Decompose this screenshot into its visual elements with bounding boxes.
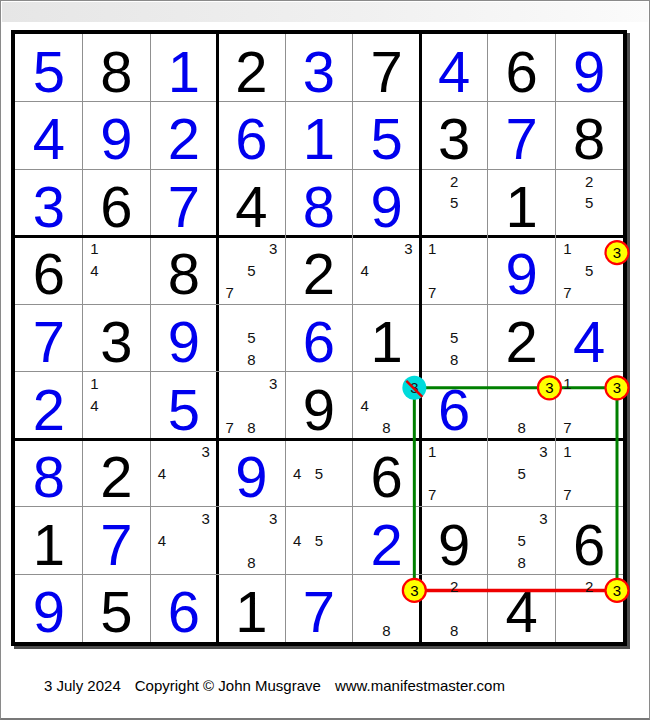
cell-r9c4[interactable]: 1	[218, 574, 286, 642]
cell-r4c5[interactable]: 2	[285, 237, 353, 305]
cell-r6c4[interactable]: 378	[218, 372, 286, 440]
cell-r5c1[interactable]: 7	[15, 304, 83, 372]
candidate-1: 1	[84, 238, 106, 260]
candidate-4: 4	[151, 530, 173, 552]
candidate-5: 5	[578, 260, 600, 282]
cell-r4c6[interactable]: 34	[353, 237, 421, 305]
cell-r9c8[interactable]: 4	[488, 574, 556, 642]
pencil-marks: 28	[421, 575, 487, 641]
candidate-7: 7	[421, 484, 443, 506]
footer-website-link[interactable]: www.manifestmaster.com	[335, 677, 505, 694]
candidate-2: 2	[578, 170, 600, 192]
cell-r2c1[interactable]: 4	[15, 102, 83, 170]
page: 5812374694926153783674892512561483572341…	[0, 0, 650, 720]
cell-r4c7[interactable]: 17	[420, 237, 488, 305]
cell-r2c5[interactable]: 1	[285, 102, 353, 170]
pencil-marks: 17	[421, 440, 487, 506]
cell-value: 9	[285, 372, 353, 440]
candidate-8: 8	[241, 416, 263, 438]
cell-r2c6[interactable]: 5	[353, 102, 421, 170]
candidate-8: 8	[511, 552, 533, 574]
cell-value: 4	[218, 169, 286, 237]
cell-r8c5[interactable]: 45	[285, 507, 353, 575]
cell-value: 6	[555, 507, 623, 575]
candidate-4: 4	[84, 395, 106, 417]
cell-value: 8	[150, 237, 218, 305]
cell-r7c9[interactable]: 17	[555, 439, 623, 507]
cell-r4c8[interactable]: 9	[488, 237, 556, 305]
pencil-marks: 378	[219, 373, 285, 439]
candidate-4: 4	[151, 462, 173, 484]
candidate-5: 5	[511, 462, 533, 484]
cell-r2c9[interactable]: 8	[555, 102, 623, 170]
candidate-3: 3	[397, 238, 419, 260]
candidate-7: 7	[556, 416, 578, 438]
cell-r9c2[interactable]: 5	[83, 574, 151, 642]
cell-r1c6[interactable]: 7	[353, 34, 421, 102]
candidate-1: 1	[556, 238, 578, 260]
cell-r7c7[interactable]: 17	[420, 439, 488, 507]
cell-value: 7	[353, 34, 421, 102]
cell-r9c5[interactable]: 7	[285, 574, 353, 642]
pencil-marks: 34	[151, 440, 217, 506]
cell-r2c7[interactable]: 3	[420, 102, 488, 170]
cell-value: 9	[150, 304, 218, 372]
cell-r5c6[interactable]: 1	[353, 304, 421, 372]
cell-r1c8[interactable]: 6	[488, 34, 556, 102]
cell-r1c9[interactable]: 9	[555, 34, 623, 102]
cell-r3c2[interactable]: 6	[83, 169, 151, 237]
candidate-8: 8	[443, 349, 465, 371]
cell-r2c3[interactable]: 2	[150, 102, 218, 170]
cell-r1c3[interactable]: 1	[150, 34, 218, 102]
cell-r3c5[interactable]: 8	[285, 169, 353, 237]
pencil-marks: 2	[556, 575, 622, 641]
cell-r3c1[interactable]: 3	[15, 169, 83, 237]
cell-r5c2[interactable]: 3	[83, 304, 151, 372]
candidate-4: 4	[286, 530, 308, 552]
candidate-3: 3	[533, 508, 555, 530]
candidate-8: 8	[376, 619, 398, 641]
cell-value: 7	[285, 574, 353, 642]
cell-value: 6	[150, 574, 218, 642]
cell-value: 9	[555, 34, 623, 102]
cell-r7c4[interactable]: 9	[218, 439, 286, 507]
pencil-marks: 14	[84, 373, 150, 439]
cell-r5c3[interactable]: 9	[150, 304, 218, 372]
candidate-8: 8	[241, 552, 263, 574]
cell-r6c7[interactable]: 6	[420, 372, 488, 440]
cell-r6c8[interactable]: 8	[488, 372, 556, 440]
cell-value: 8	[555, 102, 623, 170]
cell-r5c9[interactable]: 4	[555, 304, 623, 372]
cell-value: 6	[83, 169, 151, 237]
cell-r1c1[interactable]: 5	[15, 34, 83, 102]
cell-r8c7[interactable]: 9	[420, 507, 488, 575]
candidate-3: 3	[533, 440, 555, 462]
cell-r3c9[interactable]: 25	[555, 169, 623, 237]
pencil-marks: 34	[354, 238, 420, 304]
cell-r5c8[interactable]: 2	[488, 304, 556, 372]
cell-r8c3[interactable]: 34	[150, 507, 218, 575]
cell-value: 7	[150, 169, 218, 237]
cell-r3c8[interactable]: 1	[488, 169, 556, 237]
candidate-7: 7	[421, 281, 443, 303]
cell-r5c7[interactable]: 58	[420, 304, 488, 372]
cell-r6c6[interactable]: 48	[353, 372, 421, 440]
candidate-8: 8	[241, 349, 263, 371]
cell-r3c3[interactable]: 7	[150, 169, 218, 237]
cell-value: 6	[15, 237, 83, 305]
cell-value: 2	[83, 439, 151, 507]
cell-r4c4[interactable]: 357	[218, 237, 286, 305]
cell-r9c9[interactable]: 2	[555, 574, 623, 642]
cell-r6c3[interactable]: 5	[150, 372, 218, 440]
cell-r7c1[interactable]: 8	[15, 439, 83, 507]
cell-r4c1[interactable]: 6	[15, 237, 83, 305]
cell-r9c6[interactable]: 8	[353, 574, 421, 642]
candidate-3: 3	[262, 238, 284, 260]
cell-r1c7[interactable]: 4	[420, 34, 488, 102]
cell-value: 9	[83, 102, 151, 170]
cell-r2c4[interactable]: 6	[218, 102, 286, 170]
cell-value: 3	[285, 34, 353, 102]
cell-value: 5	[353, 102, 421, 170]
pencil-marks: 48	[354, 373, 420, 439]
cell-value: 2	[285, 237, 353, 305]
cell-value: 6	[353, 439, 421, 507]
cell-r8c6[interactable]: 2	[353, 507, 421, 575]
candidate-2: 2	[443, 575, 465, 597]
cell-r1c4[interactable]: 2	[218, 34, 286, 102]
candidate-5: 5	[443, 327, 465, 349]
cell-value: 2	[150, 102, 218, 170]
sudoku-board: 5812374694926153783674892512561483572341…	[11, 30, 627, 646]
cell-value: 7	[83, 507, 151, 575]
cell-r7c2[interactable]: 2	[83, 439, 151, 507]
cell-r3c6[interactable]: 9	[353, 169, 421, 237]
pencil-marks: 35	[489, 440, 555, 506]
footer-copyright: Copyright © John Musgrave	[135, 677, 321, 694]
cell-r7c3[interactable]: 34	[150, 439, 218, 507]
cell-value: 1	[488, 169, 556, 237]
cell-r1c2[interactable]: 8	[83, 34, 151, 102]
candidate-4: 4	[354, 260, 376, 282]
candidate-5: 5	[308, 530, 330, 552]
candidate-7: 7	[556, 281, 578, 303]
pencil-marks: 358	[489, 508, 555, 574]
cell-value: 9	[488, 237, 556, 305]
cell-r8c1[interactable]: 1	[15, 507, 83, 575]
cell-value: 1	[150, 34, 218, 102]
candidate-5: 5	[511, 530, 533, 552]
cell-r6c9[interactable]: 17	[555, 372, 623, 440]
cell-value: 2	[353, 507, 421, 575]
cell-value: 3	[15, 169, 83, 237]
cell-value: 5	[83, 574, 151, 642]
cell-value: 2	[218, 34, 286, 102]
cell-value: 9	[218, 439, 286, 507]
candidate-1: 1	[421, 238, 443, 260]
candidate-7: 7	[219, 281, 241, 303]
pencil-marks: 157	[556, 238, 622, 304]
pencil-marks: 8	[354, 575, 420, 641]
cell-value: 4	[488, 574, 556, 642]
cell-r6c2[interactable]: 14	[83, 372, 151, 440]
candidate-4: 4	[84, 260, 106, 282]
cell-r5c4[interactable]: 58	[218, 304, 286, 372]
cell-value: 4	[555, 304, 623, 372]
cell-value: 4	[15, 102, 83, 170]
candidate-1: 1	[556, 373, 578, 395]
candidate-1: 1	[421, 440, 443, 462]
pencil-marks: 34	[151, 508, 217, 574]
cell-value: 3	[83, 304, 151, 372]
candidate-5: 5	[578, 192, 600, 214]
pencil-marks: 17	[556, 440, 622, 506]
cell-value: 1	[15, 507, 83, 575]
candidate-8: 8	[443, 619, 465, 641]
footer: 3 July 2024 Copyright © John Musgrave ww…	[44, 677, 505, 694]
cell-value: 6	[218, 102, 286, 170]
cell-r9c7[interactable]: 28	[420, 574, 488, 642]
cell-r4c9[interactable]: 157	[555, 237, 623, 305]
cell-r8c9[interactable]: 6	[555, 507, 623, 575]
pencil-marks: 45	[286, 440, 352, 506]
pencil-marks: 14	[84, 238, 150, 304]
pencil-marks: 17	[556, 373, 622, 439]
cell-value: 6	[285, 304, 353, 372]
cell-r7c6[interactable]: 6	[353, 439, 421, 507]
candidate-8: 8	[511, 416, 533, 438]
candidate-1: 1	[556, 440, 578, 462]
cell-r6c1[interactable]: 2	[15, 372, 83, 440]
pencil-marks: 25	[421, 170, 487, 236]
candidate-7: 7	[219, 416, 241, 438]
cell-value: 2	[488, 304, 556, 372]
cell-value: 8	[15, 439, 83, 507]
pencil-marks: 17	[421, 238, 487, 304]
cell-value: 1	[285, 102, 353, 170]
cell-r8c8[interactable]: 358	[488, 507, 556, 575]
cell-r2c8[interactable]: 7	[488, 102, 556, 170]
cell-value: 7	[488, 102, 556, 170]
footer-date: 3 July 2024	[44, 677, 121, 694]
cell-value: 6	[488, 34, 556, 102]
candidate-5: 5	[241, 327, 263, 349]
pencil-marks: 58	[219, 305, 285, 371]
candidate-3: 3	[262, 508, 284, 530]
cell-r2c2[interactable]: 9	[83, 102, 151, 170]
candidate-7: 7	[556, 484, 578, 506]
cell-r1c5[interactable]: 3	[285, 34, 353, 102]
pencil-marks: 25	[556, 170, 622, 236]
pencil-marks: 38	[219, 508, 285, 574]
candidate-2: 2	[443, 170, 465, 192]
candidate-8: 8	[376, 416, 398, 438]
cell-r8c2[interactable]: 7	[83, 507, 151, 575]
cell-value: 6	[420, 372, 488, 440]
pencil-marks: 357	[219, 238, 285, 304]
cell-r9c1[interactable]: 9	[15, 574, 83, 642]
cell-value: 4	[420, 34, 488, 102]
candidate-3: 3	[195, 508, 217, 530]
cell-value: 5	[15, 34, 83, 102]
cell-r7c8[interactable]: 35	[488, 439, 556, 507]
cell-r8c4[interactable]: 38	[218, 507, 286, 575]
candidate-4: 4	[354, 395, 376, 417]
cell-value: 9	[353, 169, 421, 237]
cell-value: 9	[420, 507, 488, 575]
cell-r7c5[interactable]: 45	[285, 439, 353, 507]
top-gradient-band	[2, 2, 648, 22]
cell-r9c3[interactable]: 6	[150, 574, 218, 642]
pencil-marks: 45	[286, 508, 352, 574]
candidate-4: 4	[286, 462, 308, 484]
candidate-1: 1	[84, 373, 106, 395]
cell-value: 5	[150, 372, 218, 440]
cell-value: 8	[285, 169, 353, 237]
pencil-marks: 8	[489, 373, 555, 439]
cell-r6c5[interactable]: 9	[285, 372, 353, 440]
candidate-5: 5	[241, 260, 263, 282]
cell-r4c3[interactable]: 8	[150, 237, 218, 305]
cell-value: 3	[420, 102, 488, 170]
pencil-marks: 58	[421, 305, 487, 371]
candidate-5: 5	[308, 462, 330, 484]
cell-value: 2	[15, 372, 83, 440]
cell-value: 9	[15, 574, 83, 642]
cell-r4c2[interactable]: 14	[83, 237, 151, 305]
candidate-3: 3	[262, 373, 284, 395]
cell-value: 1	[353, 304, 421, 372]
cell-r3c4[interactable]: 4	[218, 169, 286, 237]
cell-r3c7[interactable]: 25	[420, 169, 488, 237]
cell-value: 8	[83, 34, 151, 102]
cell-value: 7	[15, 304, 83, 372]
candidate-2: 2	[578, 575, 600, 597]
candidate-3: 3	[195, 440, 217, 462]
cell-value: 1	[218, 574, 286, 642]
cell-r5c5[interactable]: 6	[285, 304, 353, 372]
candidate-5: 5	[443, 192, 465, 214]
